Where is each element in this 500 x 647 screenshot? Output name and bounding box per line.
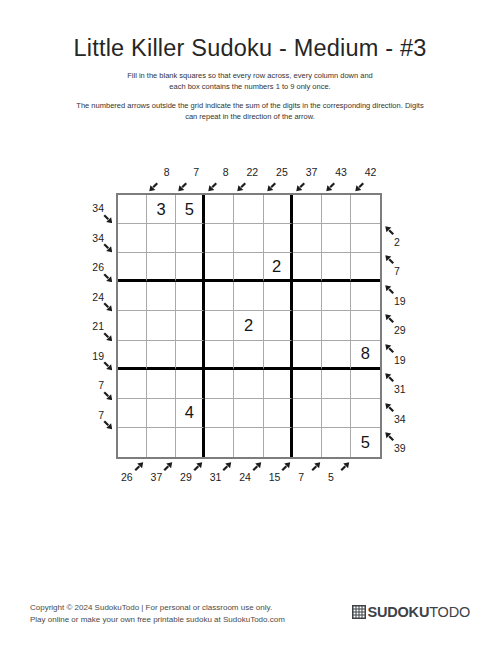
arrow-up-right-icon [311,462,321,472]
arrow-down-left-icon [355,182,365,192]
cell-r9c3[interactable] [176,428,205,457]
cell-r2c5[interactable] [234,224,263,253]
given-digit: 5 [185,200,194,219]
clue-value: 37 [306,166,318,178]
given-digit: 2 [244,316,253,335]
cell-r9c9[interactable]: 5 [351,428,380,457]
cell-r4c9[interactable] [351,282,380,311]
cell-r2c1[interactable] [118,224,147,253]
arrow-up-left-icon [385,432,395,442]
clue-value: 19 [92,350,104,362]
cell-r6c8[interactable] [322,341,351,370]
cell-r7c2[interactable] [147,370,176,399]
clue-left-4: 24 [78,283,114,314]
cell-r8c5[interactable] [234,399,263,428]
cell-r5c5[interactable]: 2 [234,311,263,340]
clue-value: 5 [328,471,334,483]
cell-r6c2[interactable] [147,341,176,370]
given-digit: 4 [185,403,194,422]
cell-r2c2[interactable] [147,224,176,253]
logo-text-light: TODO [429,604,470,620]
footer-line2: Play online or make your own free printa… [30,614,285,626]
cell-r3c3[interactable] [176,253,205,282]
cell-r1c1[interactable] [118,195,147,224]
cell-r6c4[interactable] [205,341,234,370]
cell-r8c8[interactable] [322,399,351,428]
cell-r1c6[interactable] [264,195,293,224]
cell-r9c1[interactable] [118,428,147,457]
cell-r1c7[interactable] [293,195,322,224]
clue-value: 37 [151,471,163,483]
clue-value: 7 [394,265,400,277]
clue-value: 34 [394,413,406,425]
arrow-up-left-icon [385,373,395,383]
clue-value: 7 [193,166,199,178]
cell-r7c3[interactable] [176,370,205,399]
clue-value: 7 [98,379,104,391]
sudoku-grid: 3522845 [116,193,382,459]
cell-r9c8[interactable] [322,428,351,457]
clue-right-6: 19 [384,342,420,373]
arrow-down-left-icon [149,182,159,192]
given-digit: 2 [272,257,281,276]
cell-r9c5[interactable] [234,428,263,457]
arrow-up-left-icon [385,314,395,324]
clue-right-5: 29 [384,312,420,343]
cell-r4c8[interactable] [322,282,351,311]
cell-r1c3[interactable]: 5 [176,195,205,224]
arrow-down-left-icon [237,182,247,192]
cell-r8c2[interactable] [147,399,176,428]
arrow-up-left-icon [385,226,395,236]
clue-top-9: 42 [352,165,382,192]
clue-value: 31 [394,383,406,395]
clue-value: 2 [394,236,400,248]
cell-r3c8[interactable] [322,253,351,282]
clue-value: 24 [239,471,251,483]
footer-line1: Copyright © 2024 SudokuTodo | For person… [30,602,285,614]
arrow-down-left-icon [326,182,336,192]
cell-r7c7[interactable] [293,370,322,399]
clue-top-8: 43 [323,165,353,192]
sudokutodo-logo: SUDOKUTODO [352,604,470,620]
cell-r4c3[interactable] [176,282,205,311]
cell-r5c9[interactable] [351,311,380,340]
cell-r8c6[interactable] [264,399,293,428]
clue-value: 7 [98,409,104,421]
clue-value: 21 [92,320,104,332]
arrow-down-right-icon [103,273,113,283]
cell-r4c6[interactable] [264,282,293,311]
clue-right-9: 39 [384,430,420,461]
clue-value: 34 [92,232,104,244]
cell-r9c2[interactable] [147,428,176,457]
arrow-down-right-icon [103,332,113,342]
puzzle-page: Little Killer Sudoku - Medium - #3 Fill … [0,0,500,647]
cell-r5c2[interactable] [147,311,176,340]
cell-r2c3[interactable] [176,224,205,253]
cell-r1c2[interactable]: 3 [147,195,176,224]
arrow-down-right-icon [103,391,113,401]
given-digit: 3 [157,200,166,219]
clue-right-2: 2 [384,224,420,255]
clue-value: 24 [92,291,104,303]
clue-bottom-6: 15 [264,461,294,487]
arrow-down-left-icon [267,182,277,192]
clue-bottom-5: 24 [234,461,264,487]
clue-top-5: 22 [234,165,264,192]
arrow-up-right-icon [222,462,232,472]
cell-r5c1[interactable] [118,311,147,340]
cell-r4c4[interactable] [205,282,234,311]
clue-left-2: 34 [78,224,114,255]
cell-r9c6[interactable] [264,428,293,457]
clue-right-3: 7 [384,253,420,284]
arrow-down-right-icon [103,302,113,312]
cell-r6c5[interactable] [234,341,263,370]
cell-r7c8[interactable] [322,370,351,399]
clue-value: 29 [180,471,192,483]
cell-r2c9[interactable] [351,224,380,253]
arrow-up-left-icon [385,403,395,413]
clue-value: 26 [121,471,133,483]
arrow-up-right-icon [193,462,203,472]
cell-r1c4[interactable] [205,195,234,224]
clue-top-7: 37 [293,165,323,192]
cell-r5c3[interactable] [176,311,205,340]
arrow-up-left-icon [385,344,395,354]
arrow-down-left-icon [208,182,218,192]
clue-right-8: 34 [384,401,420,432]
cell-r5c6[interactable] [264,311,293,340]
clue-bottom-7: 7 [293,461,323,487]
clue-right-7: 31 [384,371,420,402]
cell-r6c3[interactable] [176,341,205,370]
clue-right-4: 19 [384,283,420,314]
cell-r1c5[interactable] [234,195,263,224]
cell-r8c1[interactable] [118,399,147,428]
arrow-up-left-icon [385,285,395,295]
cell-r4c2[interactable] [147,282,176,311]
clue-bottom-1: 26 [116,461,146,487]
arrow-up-right-icon [281,462,291,472]
cell-r7c9[interactable] [351,370,380,399]
logo-text-bold: SUDOKU [368,604,430,620]
cell-r2c7[interactable] [293,224,322,253]
board-area: 3522845 87822253743423434262421197727192… [0,0,500,500]
clue-top-3: 7 [175,165,205,192]
cell-r3c4[interactable] [205,253,234,282]
clue-value: 26 [92,261,104,273]
arrow-up-right-icon [163,462,173,472]
clue-left-1: 34 [78,194,114,225]
cell-r1c9[interactable] [351,195,380,224]
clue-value: 39 [394,442,406,454]
clue-left-7: 7 [78,371,114,402]
cell-r5c4[interactable] [205,311,234,340]
arrow-up-right-icon [134,462,144,472]
cell-r8c7[interactable] [293,399,322,428]
arrow-up-left-icon [385,255,395,265]
arrow-down-right-icon [103,214,113,224]
cell-r2c6[interactable] [264,224,293,253]
arrow-down-right-icon [103,361,113,371]
clue-bottom-2: 37 [146,461,176,487]
clue-left-5: 21 [78,312,114,343]
cell-r4c7[interactable] [293,282,322,311]
cell-r3c1[interactable] [118,253,147,282]
cell-r4c1[interactable] [118,282,147,311]
cell-r7c5[interactable] [234,370,263,399]
arrow-up-right-icon [340,462,350,472]
arrow-down-left-icon [296,182,306,192]
arrow-down-right-icon [103,243,113,253]
cell-r7c6[interactable] [264,370,293,399]
cell-r3c6[interactable]: 2 [264,253,293,282]
clue-top-6: 25 [264,165,294,192]
clue-left-8: 7 [78,401,114,432]
clue-value: 7 [298,471,304,483]
cell-r1c8[interactable] [322,195,351,224]
cell-r6c7[interactable] [293,341,322,370]
cell-r3c2[interactable] [147,253,176,282]
cell-r5c8[interactable] [322,311,351,340]
footer-copyright: Copyright © 2024 SudokuTodo | For person… [30,602,285,625]
arrow-down-right-icon [103,420,113,430]
clue-value: 19 [394,295,406,307]
cell-r5c7[interactable] [293,311,322,340]
clue-bottom-4: 31 [205,461,235,487]
clue-value: 42 [365,166,377,178]
clue-value: 34 [92,202,104,214]
clue-value: 15 [269,471,281,483]
given-digit: 8 [361,344,370,363]
cell-r2c4[interactable] [205,224,234,253]
cell-r3c5[interactable] [234,253,263,282]
arrow-down-left-icon [178,182,188,192]
clue-left-6: 19 [78,342,114,373]
clue-value: 29 [394,324,406,336]
clue-top-4: 8 [205,165,235,192]
cell-r9c7[interactable] [293,428,322,457]
cell-r6c9[interactable]: 8 [351,341,380,370]
clue-value: 31 [210,471,222,483]
clue-value: 43 [335,166,347,178]
given-digit: 5 [361,433,370,452]
grid-icon [352,605,366,619]
clue-value: 8 [223,166,229,178]
clue-value: 25 [276,166,288,178]
clue-value: 22 [247,166,259,178]
cell-r7c1[interactable] [118,370,147,399]
arrow-up-right-icon [252,462,262,472]
cell-r6c1[interactable] [118,341,147,370]
cell-r3c7[interactable] [293,253,322,282]
clue-bottom-3: 29 [175,461,205,487]
clue-left-3: 26 [78,253,114,284]
cell-r8c4[interactable] [205,399,234,428]
cell-r4c5[interactable] [234,282,263,311]
cell-r8c9[interactable] [351,399,380,428]
cell-r7c4[interactable] [205,370,234,399]
cell-r2c8[interactable] [322,224,351,253]
cell-r9c4[interactable] [205,428,234,457]
clue-top-2: 8 [146,165,176,192]
clue-value: 8 [164,166,170,178]
cell-r3c9[interactable] [351,253,380,282]
clue-bottom-8: 5 [323,461,353,487]
cell-r8c3[interactable]: 4 [176,399,205,428]
cell-r6c6[interactable] [264,341,293,370]
clue-value: 19 [394,354,406,366]
